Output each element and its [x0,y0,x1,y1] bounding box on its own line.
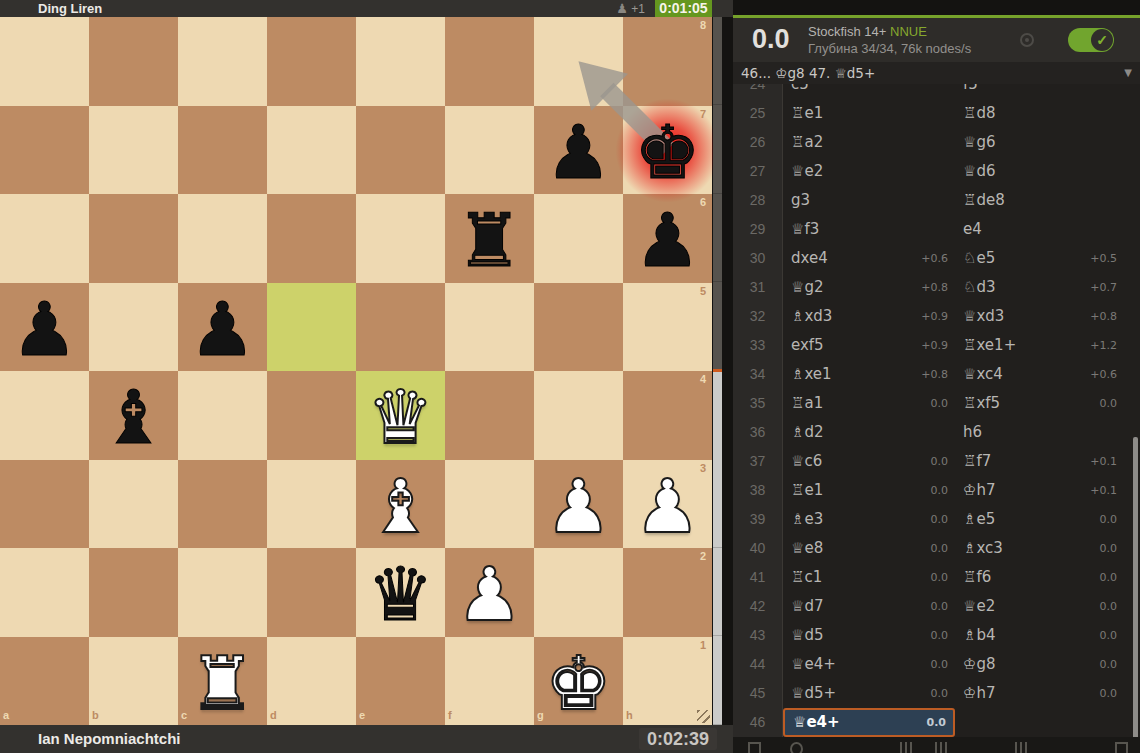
white-move-33[interactable]: exf5+0.9 [783,331,955,360]
move-number: 40 [733,534,783,563]
square-h5[interactable] [623,283,712,372]
move-eval: +0.1 [1090,447,1117,476]
bottom-player-name[interactable]: Ian Nepomniachtchi [38,730,181,747]
square-e5[interactable] [356,283,445,372]
black-bishop-b4[interactable]: ♝ [89,371,178,460]
square-c3[interactable] [178,460,267,549]
black-move-26[interactable]: ♕g6 [955,128,1133,157]
engine-nnue-badge: NNUE [890,24,927,39]
graph-icon[interactable] [1015,742,1028,753]
list-icon[interactable] [935,742,948,753]
square-b3[interactable] [89,460,178,549]
white-rook-c1[interactable]: ♜ [178,637,267,726]
move-eval: 0.0 [931,650,949,679]
flip-board-icon[interactable] [748,742,761,753]
square-d2[interactable] [267,548,356,637]
move-eval: +0.6 [1090,360,1117,389]
black-move-30[interactable]: ♘e5+0.5 [955,244,1133,273]
board-resize-handle[interactable] [697,710,710,723]
move-row-44: 44♕e4+0.0♔g80.0 [733,650,1133,679]
menu-icon[interactable] [1115,742,1128,753]
square-e8[interactable] [356,17,445,106]
move-eval: 0.0 [1100,563,1118,592]
square-c2[interactable] [178,548,267,637]
move-eval: 0.0 [931,563,949,592]
move-row-42: 42♕d70.0♕e20.0 [733,592,1133,621]
black-move-38[interactable]: ♔h7+0.1 [955,476,1133,505]
square-a3[interactable] [0,460,89,549]
square-b8[interactable] [89,17,178,106]
white-move-42[interactable]: ♕d70.0 [783,592,955,621]
move-eval: 0.0 [927,710,947,735]
black-pawn-h6[interactable]: ♟ [623,194,712,283]
square-c7[interactable] [178,106,267,195]
white-bishop-e3[interactable]: ♝ [356,460,445,549]
engine-principal-variation[interactable]: 46... ♔g8 47. ♕d5+ ▼ [733,62,1140,84]
white-pawn-f2[interactable]: ♟ [445,548,534,637]
move-eval: 0.0 [1100,534,1118,563]
white-move-31[interactable]: ♕g2+0.8 [783,273,955,302]
black-move-46 [955,708,1133,737]
square-a1[interactable] [0,637,89,726]
move-eval: +0.7 [1090,273,1117,302]
move-number: 36 [733,418,783,447]
white-move-29[interactable]: ♕f3 [783,215,955,244]
square-a7[interactable] [0,106,89,195]
engine-header: 0.0 Stockfish 14+ NNUE Глубина 34/34, 76… [733,18,1140,62]
white-move-40[interactable]: ♕e80.0 [783,534,955,563]
move-number: 31 [733,273,783,302]
move-number: 44 [733,650,783,679]
square-b6[interactable] [89,194,178,283]
move-number: 34 [733,360,783,389]
black-move-44[interactable]: ♔g80.0 [955,650,1133,679]
move-row-41: 41♖c10.0♖f60.0 [733,563,1133,592]
move-row-27: 27♕e2♕d6 [733,157,1133,186]
black-rook-f6[interactable]: ♜ [445,194,534,283]
white-move-45[interactable]: ♕d5+0.0 [783,679,955,708]
analysis-panel: 0.0 Stockfish 14+ NNUE Глубина 34/34, 76… [733,15,1140,753]
bottom-player-bar: Ian Nepomniachtchi 0:02:39 [0,725,740,753]
move-eval: 0.0 [1100,505,1118,534]
white-move-44[interactable]: ♕e4+0.0 [783,650,955,679]
square-c8[interactable] [178,17,267,106]
engine-eval: 0.0 [752,24,790,55]
move-number: 25 [733,99,783,128]
square-g6[interactable] [534,194,623,283]
move-eval: 0.0 [931,679,949,708]
square-f3[interactable] [445,460,534,549]
white-move-35[interactable]: ♖a10.0 [783,389,955,418]
square-f7[interactable] [445,106,534,195]
white-move-27[interactable]: ♕e2 [783,157,955,186]
square-h2[interactable] [623,548,712,637]
move-number: 24 [733,84,783,99]
move-row-36: 36♗d2h6 [733,418,1133,447]
square-f4[interactable] [445,371,534,460]
square-a6[interactable] [0,194,89,283]
bottom-player-clock: 0:02:39 [639,728,717,750]
move-row-26: 26♖a2♕g6 [733,128,1133,157]
analysis-toolbar[interactable] [733,737,1140,753]
move-row-25: 25♖e1♖d8 [733,99,1133,128]
square-c6[interactable] [178,194,267,283]
black-move-35[interactable]: ♖xf50.0 [955,389,1133,418]
move-eval: 0.0 [1100,650,1118,679]
move-number: 38 [733,476,783,505]
move-eval: +0.8 [921,360,948,389]
top-player-bar: Ding Liren ♟ +1 0:01:05 [0,0,733,17]
black-move-27[interactable]: ♕d6 [955,157,1133,186]
move-eval: +0.8 [921,273,948,302]
move-number: 26 [733,128,783,157]
move-list-scrollbar[interactable] [1133,437,1138,748]
white-move-30[interactable]: dxe4+0.6 [783,244,955,273]
black-move-34[interactable]: ♕xc4+0.6 [955,360,1133,389]
move-eval: 0.0 [1100,679,1118,708]
square-c4[interactable] [178,371,267,460]
chart-icon[interactable] [900,742,913,753]
move-row-34: 34♗xe1+0.8♕xc4+0.6 [733,360,1133,389]
white-move-38[interactable]: ♖e10.0 [783,476,955,505]
square-b5[interactable] [89,283,178,372]
square-d3[interactable] [267,460,356,549]
square-d6[interactable] [267,194,356,283]
black-pawn-g7[interactable]: ♟ [534,106,623,195]
move-number: 42 [733,592,783,621]
pawn-icon: ♟ [616,1,628,16]
white-pawn-h3[interactable]: ♟ [623,460,712,549]
square-h8[interactable] [623,17,712,106]
move-number: 35 [733,389,783,418]
move-eval: +0.9 [921,331,948,360]
square-a4[interactable] [0,371,89,460]
material-advantage-value: +1 [631,2,645,16]
white-move-46[interactable]: ♕e4+0.0 [783,708,955,737]
black-pawn-c5[interactable]: ♟ [178,283,267,372]
move-eval: 0.0 [1100,621,1118,650]
move-row-45: 45♕d5+0.0♔h70.0 [733,679,1133,708]
move-eval: 0.0 [931,505,949,534]
engine-line-text[interactable]: 46... ♔g8 47. ♕d5+ [741,65,875,81]
square-e7[interactable] [356,106,445,195]
chess-board[interactable]: ♟♚♜♟♟♟♝♛♝♟♟♛♟♜♚12345678abcdefgh [0,17,712,725]
black-move-43[interactable]: ♗b40.0 [955,621,1133,650]
move-row-40: 40♕e80.0♗xc30.0 [733,534,1133,563]
square-f1[interactable] [445,637,534,726]
white-move-39[interactable]: ♗e30.0 [783,505,955,534]
engine-toggle-switch[interactable]: ✓ [1068,28,1114,52]
square-e6[interactable] [356,194,445,283]
move-list[interactable]: 24c5f525♖e1♖d826♖a2♕g627♕e2♕d628g3♖de829… [733,84,1133,737]
white-move-26[interactable]: ♖a2 [783,128,955,157]
square-f8[interactable] [445,17,534,106]
material-advantage: ♟ +1 [616,0,645,17]
black-move-24[interactable]: f5 [955,84,1133,99]
square-g2[interactable] [534,548,623,637]
move-number: 37 [733,447,783,476]
square-g5[interactable] [534,283,623,372]
square-b7[interactable] [89,106,178,195]
engine-name: Stockfish 14+ [808,24,886,39]
top-player-name[interactable]: Ding Liren [38,1,102,16]
white-move-41[interactable]: ♖c10.0 [783,563,955,592]
black-move-36[interactable]: h6 [955,418,1133,447]
white-queen-e4[interactable]: ♛ [356,371,445,460]
move-number: 43 [733,621,783,650]
square-b2[interactable] [89,548,178,637]
engine-info: Stockfish 14+ NNUE Глубина 34/34, 76k no… [808,23,971,57]
move-row-28: 28g3♖de8 [733,186,1133,215]
black-move-45[interactable]: ♔h70.0 [955,679,1133,708]
move-eval: 0.0 [931,592,949,621]
white-move-25[interactable]: ♖e1 [783,99,955,128]
white-move-36[interactable]: ♗d2 [783,418,955,447]
move-number: 46 [733,708,783,737]
toggle-check-icon: ✓ [1091,29,1113,51]
move-number: 33 [733,331,783,360]
move-eval: +0.1 [1090,476,1117,505]
black-pawn-a5[interactable]: ♟ [0,283,89,372]
square-h4[interactable] [623,371,712,460]
engine-depth-info: Глубина 34/34, 76k nodes/s [808,40,971,57]
black-move-29[interactable]: e4 [955,215,1133,244]
black-move-25[interactable]: ♖d8 [955,99,1133,128]
evaluation-bar [713,17,722,725]
move-row-46: 46♕e4+0.0 [733,708,1133,737]
move-eval: 0.0 [1100,592,1118,621]
move-number: 27 [733,157,783,186]
square-d4[interactable] [267,371,356,460]
move-row-37: 37♕c60.0♖f7+0.1 [733,447,1133,476]
black-move-33[interactable]: ♖xe1++1.2 [955,331,1133,360]
move-eval: 0.0 [931,621,949,650]
top-player-clock: 0:01:05 [655,0,712,17]
square-d7[interactable] [267,106,356,195]
move-list-rows: 24c5f525♖e1♖d826♖a2♕g627♕e2♕d628g3♖de829… [733,84,1133,737]
move-row-24: 24c5f5 [733,84,1133,99]
move-eval: +0.9 [921,302,948,331]
evaluation-bar-zero-marker [713,369,722,372]
move-number: 29 [733,215,783,244]
square-f5[interactable] [445,283,534,372]
white-move-32[interactable]: ♗xd3+0.9 [783,302,955,331]
practice-target-icon[interactable] [1020,33,1034,47]
black-move-39[interactable]: ♗e50.0 [955,505,1133,534]
chevron-down-icon[interactable]: ▼ [1124,62,1132,84]
move-number: 45 [733,679,783,708]
move-number: 30 [733,244,783,273]
square-d5[interactable] [267,283,356,372]
move-eval: 0.0 [931,447,949,476]
black-move-37[interactable]: ♖f7+0.1 [955,447,1133,476]
move-row-43: 43♕d50.0♗b40.0 [733,621,1133,650]
black-move-28[interactable]: ♖de8 [955,186,1133,215]
move-eval: +0.5 [1090,244,1117,273]
white-move-37[interactable]: ♕c60.0 [783,447,955,476]
move-eval: 0.0 [931,476,949,505]
black-move-31[interactable]: ♘d3+0.7 [955,273,1133,302]
square-b1[interactable] [89,637,178,726]
move-row-33: 33exf5+0.9♖xe1++1.2 [733,331,1133,360]
move-eval: 0.0 [931,389,949,418]
white-pawn-g3[interactable]: ♟ [534,460,623,549]
move-row-31: 31♕g2+0.8♘d3+0.7 [733,273,1133,302]
square-a8[interactable] [0,17,89,106]
white-move-34[interactable]: ♗xe1+0.8 [783,360,955,389]
black-move-41[interactable]: ♖f60.0 [955,563,1133,592]
black-move-32[interactable]: ♕xd3+0.8 [955,302,1133,331]
white-move-28[interactable]: g3 [783,186,955,215]
move-number: 32 [733,302,783,331]
move-number: 39 [733,505,783,534]
move-eval: 0.0 [1100,389,1118,418]
cycle-icon[interactable] [790,742,803,753]
square-g8[interactable] [534,17,623,106]
move-row-39: 39♗e30.0♗e50.0 [733,505,1133,534]
move-row-38: 38♖e10.0♔h7+0.1 [733,476,1133,505]
white-move-24[interactable]: c5 [783,84,955,99]
move-row-35: 35♖a10.0♖xf50.0 [733,389,1133,418]
white-move-43[interactable]: ♕d50.0 [783,621,955,650]
black-move-42[interactable]: ♕e20.0 [955,592,1133,621]
move-row-29: 29♕f3e4 [733,215,1133,244]
square-e1[interactable] [356,637,445,726]
move-row-32: 32♗xd3+0.9♕xd3+0.8 [733,302,1133,331]
square-g4[interactable] [534,371,623,460]
move-eval: +0.6 [921,244,948,273]
square-d1[interactable] [267,637,356,726]
move-number: 28 [733,186,783,215]
black-queen-e2[interactable]: ♛ [356,548,445,637]
black-move-40[interactable]: ♗xc30.0 [955,534,1133,563]
move-eval: +1.2 [1090,331,1117,360]
move-row-30: 30dxe4+0.6♘e5+0.5 [733,244,1133,273]
move-eval: +0.8 [1090,302,1117,331]
square-a2[interactable] [0,548,89,637]
square-d8[interactable] [267,17,356,106]
move-number: 41 [733,563,783,592]
move-eval: 0.0 [931,534,949,563]
black-king-h7[interactable]: ♚ [623,106,712,195]
white-king-g1[interactable]: ♚ [534,637,623,726]
